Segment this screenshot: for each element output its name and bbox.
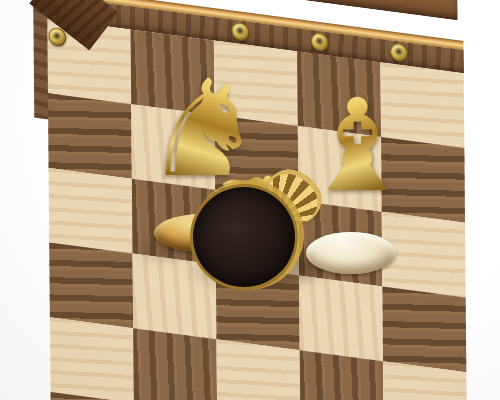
square-g5[interactable] (382, 286, 466, 372)
piece-bishop[interactable]: ♝ (294, 82, 404, 278)
square-c7[interactable] (48, 93, 132, 179)
square-c4[interactable] (50, 317, 134, 400)
square-c5[interactable] (49, 243, 133, 329)
square-c6[interactable] (49, 168, 133, 254)
chess-set-product-photo: ♞ ♟ ♝ (0, 0, 500, 400)
square-d4[interactable] (133, 328, 217, 400)
bishop-glyph: ♝ (300, 82, 404, 210)
square-e4[interactable] (216, 339, 300, 400)
bishop-base (306, 232, 396, 274)
pawn-felt-base (190, 184, 298, 290)
